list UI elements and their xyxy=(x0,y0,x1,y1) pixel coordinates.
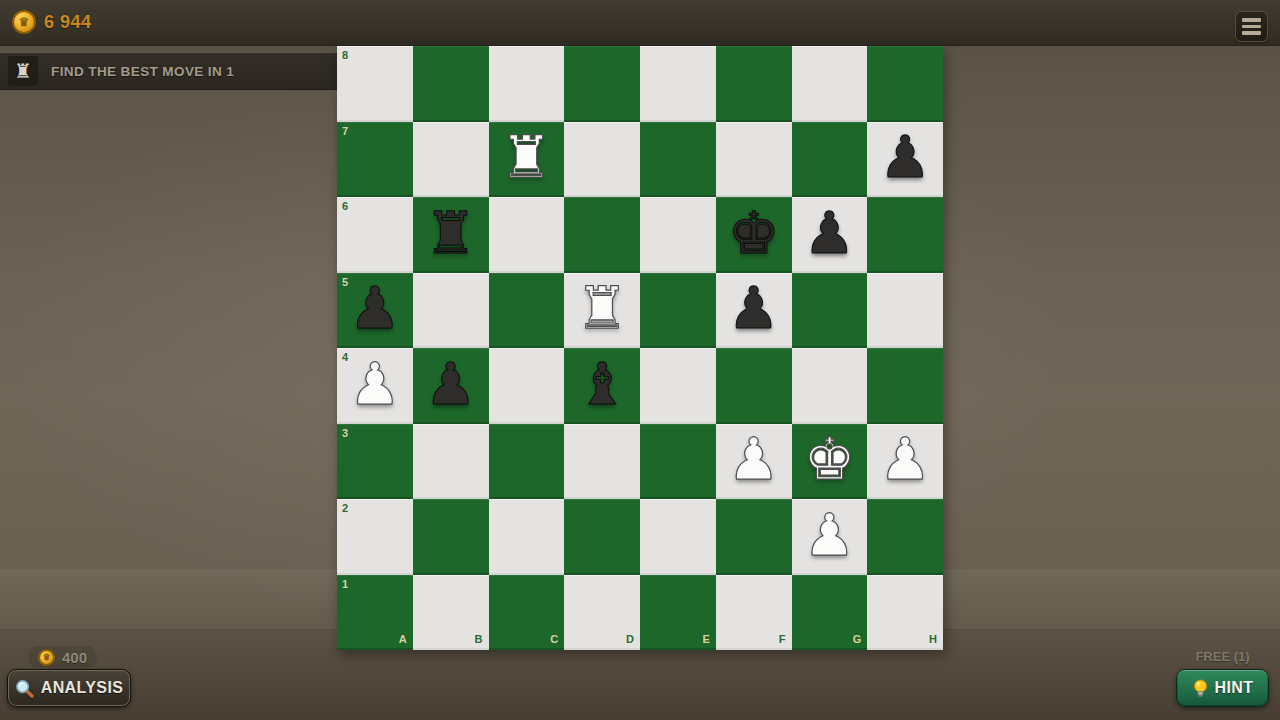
square-c4[interactable] xyxy=(489,348,565,424)
coin-balance-amount: 6 944 xyxy=(44,12,92,33)
square-b4[interactable]: ♟ xyxy=(413,348,489,424)
hamburger-icon xyxy=(1242,18,1261,22)
top-bar: ♛ 6 944 xyxy=(0,0,1280,46)
square-d8[interactable] xyxy=(564,46,640,122)
square-f6[interactable]: ♚ xyxy=(716,197,792,273)
square-f1[interactable]: F xyxy=(716,575,792,651)
rank-label: 4 xyxy=(342,352,348,363)
square-h7[interactable]: ♟ xyxy=(867,122,943,198)
rank-label: 2 xyxy=(342,503,348,514)
square-h8[interactable] xyxy=(867,46,943,122)
lightbulb-icon xyxy=(1192,679,1209,697)
square-g2[interactable]: ♟ xyxy=(792,499,868,575)
square-e2[interactable] xyxy=(640,499,716,575)
file-label: A xyxy=(399,634,407,645)
file-label: D xyxy=(626,634,634,645)
square-d7[interactable] xyxy=(564,122,640,198)
square-a1[interactable]: 1A xyxy=(337,575,413,651)
coin-icon: ♛ xyxy=(38,649,55,666)
square-f2[interactable] xyxy=(716,499,792,575)
rank-label: 8 xyxy=(342,50,348,61)
piece-black-pawn[interactable]: ♟ xyxy=(349,279,401,337)
square-d4[interactable]: ♝ xyxy=(564,348,640,424)
square-e7[interactable] xyxy=(640,122,716,198)
piece-black-pawn[interactable]: ♟ xyxy=(425,355,477,413)
square-g7[interactable] xyxy=(792,122,868,198)
square-e4[interactable] xyxy=(640,348,716,424)
square-f7[interactable] xyxy=(716,122,792,198)
square-e1[interactable]: E xyxy=(640,575,716,651)
square-d2[interactable] xyxy=(564,499,640,575)
square-g4[interactable] xyxy=(792,348,868,424)
piece-black-pawn[interactable]: ♟ xyxy=(803,204,855,262)
piece-black-pawn[interactable]: ♟ xyxy=(728,279,780,337)
square-d3[interactable] xyxy=(564,424,640,500)
square-f5[interactable]: ♟ xyxy=(716,273,792,349)
piece-black-rook[interactable]: ♜ xyxy=(425,204,477,262)
piece-white-pawn[interactable]: ♟ xyxy=(728,430,780,488)
coin-balance[interactable]: ♛ 6 944 xyxy=(12,10,92,34)
square-e3[interactable] xyxy=(640,424,716,500)
square-g1[interactable]: G xyxy=(792,575,868,651)
piece-white-rook[interactable]: ♜ xyxy=(576,279,628,337)
square-a5[interactable]: 5♟ xyxy=(337,273,413,349)
file-label: C xyxy=(550,634,558,645)
square-a8[interactable]: 8 xyxy=(337,46,413,122)
hint-button-label: HINT xyxy=(1215,679,1254,697)
square-b6[interactable]: ♜ xyxy=(413,197,489,273)
square-d6[interactable] xyxy=(564,197,640,273)
file-label: E xyxy=(702,634,709,645)
square-e8[interactable] xyxy=(640,46,716,122)
analysis-cost: 400 xyxy=(62,649,87,666)
rank-label: 5 xyxy=(342,277,348,288)
piece-white-pawn[interactable]: ♟ xyxy=(879,430,931,488)
analysis-button[interactable]: ANALYSIS xyxy=(7,669,131,707)
rank-label: 6 xyxy=(342,201,348,212)
piece-white-pawn[interactable]: ♟ xyxy=(349,355,401,413)
piece-black-king[interactable]: ♚ xyxy=(728,204,780,262)
square-a2[interactable]: 2 xyxy=(337,499,413,575)
square-d5[interactable]: ♜ xyxy=(564,273,640,349)
puzzle-banner: ♜ FIND THE BEST MOVE IN 1 xyxy=(0,53,337,90)
square-b7[interactable] xyxy=(413,122,489,198)
file-label: H xyxy=(929,634,937,645)
square-c8[interactable] xyxy=(489,46,565,122)
square-h1[interactable]: H xyxy=(867,575,943,651)
square-g3[interactable]: ♚ xyxy=(792,424,868,500)
square-b2[interactable] xyxy=(413,499,489,575)
square-a4[interactable]: 4♟ xyxy=(337,348,413,424)
menu-button[interactable] xyxy=(1235,11,1268,42)
square-h4[interactable] xyxy=(867,348,943,424)
rank-label: 3 xyxy=(342,428,348,439)
square-f4[interactable] xyxy=(716,348,792,424)
square-h5[interactable] xyxy=(867,273,943,349)
square-a3[interactable]: 3 xyxy=(337,424,413,500)
analysis-cost-chip: ♛ 400 xyxy=(28,646,97,668)
square-b8[interactable] xyxy=(413,46,489,122)
square-c7[interactable]: ♜ xyxy=(489,122,565,198)
magnifier-icon xyxy=(15,679,34,698)
file-label: G xyxy=(853,634,862,645)
coin-icon: ♛ xyxy=(12,10,36,34)
square-h3[interactable]: ♟ xyxy=(867,424,943,500)
square-b3[interactable] xyxy=(413,424,489,500)
square-c2[interactable] xyxy=(489,499,565,575)
square-c5[interactable] xyxy=(489,273,565,349)
piece-black-pawn[interactable]: ♟ xyxy=(879,128,931,186)
piece-white-pawn[interactable]: ♟ xyxy=(803,506,855,564)
square-f8[interactable] xyxy=(716,46,792,122)
square-h6[interactable] xyxy=(867,197,943,273)
square-c1[interactable]: C xyxy=(489,575,565,651)
file-label: B xyxy=(475,634,483,645)
piece-white-rook[interactable]: ♜ xyxy=(500,128,552,186)
puzzle-instruction: FIND THE BEST MOVE IN 1 xyxy=(51,64,234,79)
rook-icon: ♜ xyxy=(8,56,38,86)
rank-label: 7 xyxy=(342,126,348,137)
analysis-button-label: ANALYSIS xyxy=(41,679,124,697)
square-a7[interactable]: 7 xyxy=(337,122,413,198)
hint-free-count: FREE (1) xyxy=(1176,649,1269,664)
square-c6[interactable] xyxy=(489,197,565,273)
square-d1[interactable]: D xyxy=(564,575,640,651)
square-h2[interactable] xyxy=(867,499,943,575)
square-b5[interactable] xyxy=(413,273,489,349)
rank-label: 1 xyxy=(342,579,348,590)
square-f3[interactable]: ♟ xyxy=(716,424,792,500)
square-e6[interactable] xyxy=(640,197,716,273)
square-e5[interactable] xyxy=(640,273,716,349)
piece-black-bishop[interactable]: ♝ xyxy=(576,355,628,413)
square-c3[interactable] xyxy=(489,424,565,500)
file-label: F xyxy=(779,634,786,645)
square-g5[interactable] xyxy=(792,273,868,349)
square-g6[interactable]: ♟ xyxy=(792,197,868,273)
hint-button[interactable]: HINT xyxy=(1176,669,1269,707)
piece-white-king[interactable]: ♚ xyxy=(803,430,855,488)
square-b1[interactable]: B xyxy=(413,575,489,651)
square-g8[interactable] xyxy=(792,46,868,122)
square-a6[interactable]: 6 xyxy=(337,197,413,273)
chess-board[interactable]: 87♜♟6♜♚♟5♟♜♟4♟♟♝3♟♚♟2♟1ABCDEFGH xyxy=(337,46,943,650)
